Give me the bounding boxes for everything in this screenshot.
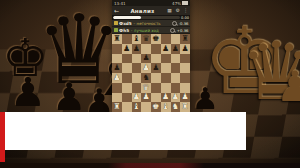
white-knight: ♞ <box>172 103 179 111</box>
battery-icon <box>182 1 188 5</box>
square-f6[interactable] <box>161 54 171 64</box>
battery-percent: 47% <box>172 1 181 6</box>
black-queen: ♛ <box>143 35 150 43</box>
square-e7[interactable] <box>151 44 161 54</box>
square-f8[interactable] <box>161 34 171 44</box>
move-text: Фxd5 <box>119 21 132 26</box>
white-rook: ♜ <box>113 103 120 111</box>
square-c4[interactable] <box>132 73 142 83</box>
white-pawn: ♟ <box>113 74 120 82</box>
square-b4[interactable] <box>122 73 132 83</box>
white-pawn: ♟ <box>182 93 189 101</box>
square-c8[interactable]: ♝ <box>132 34 142 44</box>
white-queen: ♛ <box>143 84 150 92</box>
magnifier-icon[interactable] <box>172 21 177 26</box>
analysis-app-panel: 13:41 47% ← Анализ ▦ ⚙ ⋮ 0.00 Фxd5 – нет… <box>112 0 190 110</box>
status-time: 13:41 <box>114 1 126 6</box>
overflow-menu-icon[interactable]: ⋮ <box>183 8 188 13</box>
black-pawn: ♟ <box>162 45 169 53</box>
black-rook: ♜ <box>113 35 120 43</box>
analysis-row-2[interactable]: Фh5 – лучший ход +0.36 <box>112 27 190 34</box>
square-a7[interactable] <box>112 44 122 54</box>
square-d8[interactable]: ♛ <box>141 34 151 44</box>
square-g5[interactable] <box>171 63 181 73</box>
bottom-strip <box>0 163 300 168</box>
status-right: 47% <box>172 1 188 6</box>
white-pawn: ♟ <box>143 64 150 72</box>
square-e4[interactable] <box>151 73 161 83</box>
square-b8[interactable] <box>122 34 132 44</box>
square-a5[interactable]: ♟ <box>112 63 122 73</box>
black-bishop: ♝ <box>133 35 140 43</box>
square-g4[interactable] <box>171 73 181 83</box>
square-d7[interactable] <box>141 44 151 54</box>
move-quality-marker <box>114 28 118 32</box>
square-g2[interactable]: ♟ <box>171 93 181 103</box>
square-b6[interactable] <box>122 54 132 64</box>
move-quality-label: – неточность <box>133 21 170 26</box>
square-e3[interactable] <box>151 83 161 93</box>
square-b2[interactable] <box>122 93 132 103</box>
square-c2[interactable]: ♟ <box>132 93 142 103</box>
square-c7[interactable]: ♟ <box>132 44 142 54</box>
square-c6[interactable] <box>132 54 142 64</box>
black-pawn: ♟ <box>182 45 189 53</box>
square-h4[interactable] <box>180 73 190 83</box>
page-title: Анализ <box>121 8 164 14</box>
square-b7[interactable]: ♟ <box>122 44 132 54</box>
square-b3[interactable] <box>122 83 132 93</box>
black-pawn: ♟ <box>113 64 120 72</box>
square-f5[interactable] <box>161 63 171 73</box>
eval-fill <box>113 16 141 19</box>
square-g1[interactable]: ♞ <box>171 102 181 112</box>
white-box <box>5 112 246 150</box>
eval-value: 0.00 <box>181 16 189 20</box>
square-h2[interactable]: ♟ <box>180 93 190 103</box>
square-a2[interactable] <box>112 93 122 103</box>
move-text: Фh5 <box>119 28 129 33</box>
square-g7[interactable]: ♟ <box>171 44 181 54</box>
black-pawn: ♟ <box>143 54 150 62</box>
square-a6[interactable] <box>112 54 122 64</box>
square-g8[interactable] <box>171 34 181 44</box>
square-g6[interactable] <box>171 54 181 64</box>
square-h8[interactable]: ♜ <box>180 34 190 44</box>
app-bar: ← Анализ ▦ ⚙ ⋮ <box>112 6 190 15</box>
move-eval: -0.36 <box>179 21 189 26</box>
move-quality-label: – лучший ход <box>131 28 169 33</box>
square-h1[interactable]: ♜ <box>180 102 190 112</box>
square-e6[interactable] <box>151 54 161 64</box>
analysis-row-1[interactable]: Фxd5 – неточность -0.36 <box>112 20 190 27</box>
square-e2[interactable] <box>151 93 161 103</box>
square-b5[interactable] <box>122 63 132 73</box>
white-bishop: ♝ <box>162 103 169 111</box>
move-quality-marker <box>114 21 118 25</box>
white-pawn: ♟ <box>172 93 179 101</box>
square-h6[interactable] <box>180 54 190 64</box>
square-e5[interactable]: ♟ <box>151 63 161 73</box>
square-b1[interactable] <box>122 102 132 112</box>
square-f1[interactable]: ♝ <box>161 102 171 112</box>
square-c5[interactable] <box>132 63 142 73</box>
square-f2[interactable]: ♟ <box>161 93 171 103</box>
board-icon[interactable]: ▦ <box>167 8 172 13</box>
square-h5[interactable] <box>180 63 190 73</box>
square-c1[interactable]: ♝ <box>132 102 142 112</box>
square-h7[interactable]: ♟ <box>180 44 190 54</box>
screenshot-root: ♚ ♛ ♝ ♟ ♟ ♟ ♚ ♛ ♟ ♟ 13:41 47% ← Анализ ▦… <box>0 0 300 168</box>
black-pawn: ♟ <box>133 45 140 53</box>
white-rook: ♜ <box>182 103 189 111</box>
square-a1[interactable]: ♜ <box>112 102 122 112</box>
settings-icon[interactable]: ⚙ <box>175 8 179 13</box>
white-bishop: ♝ <box>133 103 140 111</box>
square-e1[interactable]: ♚ <box>151 102 161 112</box>
black-king: ♚ <box>152 35 159 43</box>
white-king: ♚ <box>152 103 159 111</box>
square-a8[interactable]: ♜ <box>112 34 122 44</box>
square-a4[interactable]: ♟ <box>112 73 122 83</box>
black-pawn: ♟ <box>123 45 130 53</box>
move-eval: +0.36 <box>177 28 189 33</box>
square-e8[interactable]: ♚ <box>151 34 161 44</box>
white-pawn: ♟ <box>143 93 150 101</box>
evaluation-bar <box>113 16 180 19</box>
black-knight: ♞ <box>143 74 150 82</box>
magnifier-icon[interactable] <box>170 28 175 33</box>
square-f7[interactable]: ♟ <box>161 44 171 54</box>
square-a3[interactable] <box>112 83 122 93</box>
black-rook: ♜ <box>182 35 189 43</box>
white-pawn: ♟ <box>162 93 169 101</box>
square-d5[interactable]: ♟ <box>141 63 151 73</box>
back-button[interactable]: ← <box>114 7 119 14</box>
black-pawn: ♟ <box>172 45 179 53</box>
square-d4[interactable]: ♞ <box>141 73 151 83</box>
black-pawn: ♟ <box>152 64 159 72</box>
white-pawn: ♟ <box>133 93 140 101</box>
square-d1[interactable] <box>141 102 151 112</box>
square-d2[interactable]: ♟ <box>141 93 151 103</box>
square-f4[interactable] <box>161 73 171 83</box>
analysis-board: ♜♝♛♚♜♟♟♟♟♟♟♟♟♟♟♞♛♟♟♟♟♟♜♝♚♝♞♜ <box>112 34 190 112</box>
square-d6[interactable]: ♟ <box>141 54 151 64</box>
